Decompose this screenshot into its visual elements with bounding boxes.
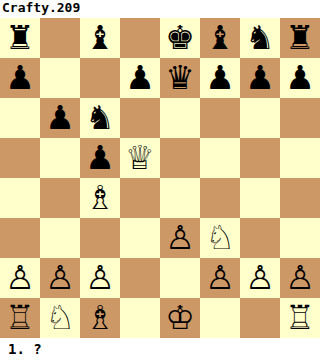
square-h4[interactable]: [280, 178, 320, 218]
square-d6[interactable]: [120, 98, 160, 138]
square-g2[interactable]: ♙: [240, 258, 280, 298]
square-c7[interactable]: [80, 58, 120, 98]
square-b6[interactable]: ♟: [40, 98, 80, 138]
square-h1[interactable]: ♖: [280, 298, 320, 338]
piece-black-knight: ♞: [85, 98, 115, 138]
piece-white-rook: ♖: [285, 298, 315, 338]
square-b4[interactable]: [40, 178, 80, 218]
square-e2[interactable]: [160, 258, 200, 298]
piece-black-pawn: ♟: [45, 98, 75, 138]
square-g1[interactable]: [240, 298, 280, 338]
square-e7[interactable]: ♛: [160, 58, 200, 98]
piece-black-pawn: ♟: [85, 138, 115, 178]
square-g5[interactable]: [240, 138, 280, 178]
piece-black-knight: ♞: [245, 18, 275, 58]
square-c3[interactable]: [80, 218, 120, 258]
square-b5[interactable]: [40, 138, 80, 178]
piece-black-king: ♚: [165, 18, 195, 58]
square-b3[interactable]: [40, 218, 80, 258]
piece-black-bishop: ♝: [85, 18, 115, 58]
square-c2[interactable]: ♙: [80, 258, 120, 298]
piece-white-rook: ♖: [5, 298, 35, 338]
square-a7[interactable]: ♟: [0, 58, 40, 98]
square-d1[interactable]: [120, 298, 160, 338]
piece-white-king: ♔: [165, 298, 195, 338]
square-d7[interactable]: ♟: [120, 58, 160, 98]
square-b2[interactable]: ♙: [40, 258, 80, 298]
square-a5[interactable]: [0, 138, 40, 178]
square-h7[interactable]: ♟: [280, 58, 320, 98]
square-e1[interactable]: ♔: [160, 298, 200, 338]
square-a6[interactable]: [0, 98, 40, 138]
square-h6[interactable]: [280, 98, 320, 138]
square-e3[interactable]: ♙: [160, 218, 200, 258]
square-b7[interactable]: [40, 58, 80, 98]
piece-black-pawn: ♟: [285, 58, 315, 98]
square-a2[interactable]: ♙: [0, 258, 40, 298]
square-g4[interactable]: [240, 178, 280, 218]
square-f3[interactable]: ♘: [200, 218, 240, 258]
square-f1[interactable]: [200, 298, 240, 338]
square-h8[interactable]: ♜: [280, 18, 320, 58]
piece-white-pawn: ♙: [205, 258, 235, 298]
chess-board: ♜♝♚♝♞♜♟♟♛♟♟♟♟♞♟♕♗♙♘♙♙♙♙♙♙♖♘♗♔♖: [0, 18, 320, 338]
square-e5[interactable]: [160, 138, 200, 178]
square-g3[interactable]: [240, 218, 280, 258]
square-e4[interactable]: [160, 178, 200, 218]
piece-black-pawn: ♟: [205, 58, 235, 98]
square-e8[interactable]: ♚: [160, 18, 200, 58]
square-d4[interactable]: [120, 178, 160, 218]
piece-black-pawn: ♟: [245, 58, 275, 98]
square-g8[interactable]: ♞: [240, 18, 280, 58]
square-b8[interactable]: [40, 18, 80, 58]
square-e6[interactable]: [160, 98, 200, 138]
piece-white-bishop: ♗: [85, 298, 115, 338]
square-f6[interactable]: [200, 98, 240, 138]
square-h5[interactable]: [280, 138, 320, 178]
square-c1[interactable]: ♗: [80, 298, 120, 338]
square-a1[interactable]: ♖: [0, 298, 40, 338]
square-d2[interactable]: [120, 258, 160, 298]
piece-white-pawn: ♙: [5, 258, 35, 298]
move-prompt: 1. ?: [0, 338, 320, 360]
square-a4[interactable]: [0, 178, 40, 218]
square-a3[interactable]: [0, 218, 40, 258]
piece-white-pawn: ♙: [245, 258, 275, 298]
piece-black-pawn: ♟: [5, 58, 35, 98]
piece-black-rook: ♜: [285, 18, 315, 58]
piece-white-pawn: ♙: [165, 218, 195, 258]
square-a8[interactable]: ♜: [0, 18, 40, 58]
square-h2[interactable]: ♙: [280, 258, 320, 298]
square-d3[interactable]: [120, 218, 160, 258]
piece-black-pawn: ♟: [125, 58, 155, 98]
piece-black-queen: ♛: [165, 58, 195, 98]
piece-white-pawn: ♙: [285, 258, 315, 298]
piece-white-knight: ♘: [45, 298, 75, 338]
piece-white-pawn: ♙: [45, 258, 75, 298]
piece-white-knight: ♘: [205, 218, 235, 258]
square-c8[interactable]: ♝: [80, 18, 120, 58]
piece-black-bishop: ♝: [205, 18, 235, 58]
square-d8[interactable]: [120, 18, 160, 58]
piece-white-bishop: ♗: [85, 178, 115, 218]
square-f8[interactable]: ♝: [200, 18, 240, 58]
piece-white-queen: ♕: [125, 138, 155, 178]
square-c5[interactable]: ♟: [80, 138, 120, 178]
square-f5[interactable]: [200, 138, 240, 178]
square-c6[interactable]: ♞: [80, 98, 120, 138]
square-f7[interactable]: ♟: [200, 58, 240, 98]
square-d5[interactable]: ♕: [120, 138, 160, 178]
square-g7[interactable]: ♟: [240, 58, 280, 98]
square-g6[interactable]: [240, 98, 280, 138]
square-c4[interactable]: ♗: [80, 178, 120, 218]
square-h3[interactable]: [280, 218, 320, 258]
square-f2[interactable]: ♙: [200, 258, 240, 298]
piece-white-pawn: ♙: [85, 258, 115, 298]
square-f4[interactable]: [200, 178, 240, 218]
window-title: Crafty.209: [0, 0, 320, 18]
square-b1[interactable]: ♘: [40, 298, 80, 338]
piece-black-rook: ♜: [5, 18, 35, 58]
